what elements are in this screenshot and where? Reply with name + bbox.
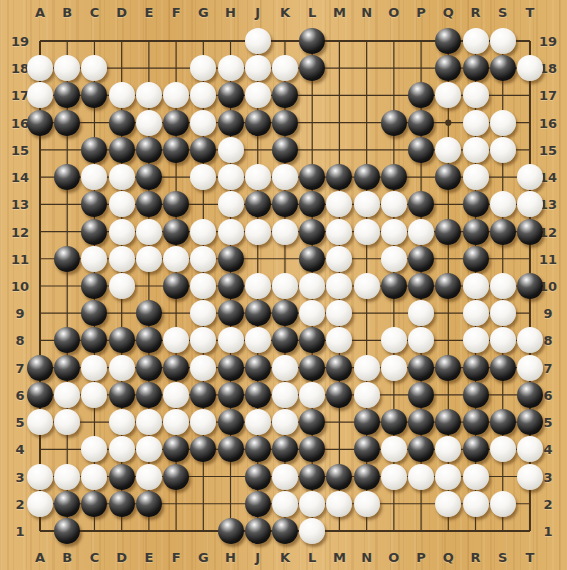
stone-black[interactable] bbox=[435, 219, 461, 245]
stone-black[interactable] bbox=[27, 355, 53, 381]
stone-white[interactable] bbox=[435, 464, 461, 490]
stone-black[interactable] bbox=[218, 382, 244, 408]
stone-black[interactable] bbox=[27, 110, 53, 136]
stone-white[interactable] bbox=[109, 355, 135, 381]
stone-white[interactable] bbox=[245, 219, 271, 245]
stone-black[interactable] bbox=[245, 191, 271, 217]
stone-white[interactable] bbox=[354, 355, 380, 381]
stone-white[interactable] bbox=[354, 491, 380, 517]
stone-white[interactable] bbox=[517, 55, 543, 81]
stone-white[interactable] bbox=[381, 464, 407, 490]
stone-black[interactable] bbox=[272, 110, 298, 136]
stone-white[interactable] bbox=[136, 246, 162, 272]
stone-white[interactable] bbox=[463, 273, 489, 299]
stone-black[interactable] bbox=[354, 464, 380, 490]
stone-white[interactable] bbox=[109, 82, 135, 108]
stone-black[interactable] bbox=[218, 300, 244, 326]
stone-white[interactable] bbox=[272, 409, 298, 435]
stone-black[interactable] bbox=[245, 491, 271, 517]
stone-black[interactable] bbox=[408, 355, 434, 381]
stone-black[interactable] bbox=[272, 137, 298, 163]
stone-white[interactable] bbox=[463, 137, 489, 163]
stone-white[interactable] bbox=[299, 382, 325, 408]
stone-white[interactable] bbox=[354, 273, 380, 299]
stone-white[interactable] bbox=[299, 491, 325, 517]
stone-white[interactable] bbox=[463, 300, 489, 326]
stone-white[interactable] bbox=[463, 28, 489, 54]
stone-white[interactable] bbox=[81, 355, 107, 381]
stone-black[interactable] bbox=[245, 355, 271, 381]
stone-white[interactable] bbox=[408, 219, 434, 245]
stone-white[interactable] bbox=[136, 110, 162, 136]
stone-white[interactable] bbox=[381, 246, 407, 272]
stone-black[interactable] bbox=[435, 355, 461, 381]
stone-white[interactable] bbox=[109, 164, 135, 190]
stone-white[interactable] bbox=[272, 355, 298, 381]
stone-white[interactable] bbox=[463, 164, 489, 190]
stone-white[interactable] bbox=[27, 464, 53, 490]
stone-white[interactable] bbox=[490, 491, 516, 517]
stone-white[interactable] bbox=[299, 273, 325, 299]
stone-white[interactable] bbox=[109, 246, 135, 272]
stone-white[interactable] bbox=[245, 327, 271, 353]
stone-white[interactable] bbox=[190, 110, 216, 136]
stone-black[interactable] bbox=[272, 300, 298, 326]
stone-black[interactable] bbox=[408, 409, 434, 435]
stone-black[interactable] bbox=[218, 436, 244, 462]
stone-black[interactable] bbox=[326, 464, 352, 490]
stone-white[interactable] bbox=[109, 436, 135, 462]
stone-black[interactable] bbox=[163, 110, 189, 136]
stone-black[interactable] bbox=[463, 246, 489, 272]
stone-black[interactable] bbox=[136, 191, 162, 217]
stone-black[interactable] bbox=[408, 382, 434, 408]
stone-black[interactable] bbox=[109, 327, 135, 353]
stone-black[interactable] bbox=[463, 355, 489, 381]
stone-black[interactable] bbox=[408, 246, 434, 272]
stone-white[interactable] bbox=[326, 491, 352, 517]
stone-white[interactable] bbox=[463, 491, 489, 517]
stone-black[interactable] bbox=[54, 355, 80, 381]
stone-black[interactable] bbox=[218, 355, 244, 381]
stone-white[interactable] bbox=[463, 327, 489, 353]
stone-white[interactable] bbox=[136, 464, 162, 490]
stone-black[interactable] bbox=[381, 273, 407, 299]
stone-black[interactable] bbox=[136, 355, 162, 381]
stone-white[interactable] bbox=[517, 464, 543, 490]
stone-white[interactable] bbox=[218, 164, 244, 190]
stone-black[interactable] bbox=[299, 28, 325, 54]
stone-white[interactable] bbox=[381, 219, 407, 245]
stone-white[interactable] bbox=[272, 491, 298, 517]
stone-white[interactable] bbox=[81, 464, 107, 490]
stone-white[interactable] bbox=[218, 55, 244, 81]
stone-black[interactable] bbox=[408, 110, 434, 136]
stone-white[interactable] bbox=[490, 137, 516, 163]
stone-black[interactable] bbox=[408, 273, 434, 299]
stone-black[interactable] bbox=[381, 164, 407, 190]
stone-black[interactable] bbox=[81, 491, 107, 517]
stone-black[interactable] bbox=[299, 355, 325, 381]
stone-white[interactable] bbox=[109, 409, 135, 435]
stone-white[interactable] bbox=[490, 300, 516, 326]
stone-black[interactable] bbox=[54, 110, 80, 136]
stone-white[interactable] bbox=[190, 355, 216, 381]
stone-white[interactable] bbox=[272, 219, 298, 245]
stone-white[interactable] bbox=[490, 327, 516, 353]
stone-black[interactable] bbox=[463, 55, 489, 81]
stone-black[interactable] bbox=[245, 518, 271, 544]
stone-white[interactable] bbox=[463, 110, 489, 136]
stone-white[interactable] bbox=[381, 436, 407, 462]
stone-black[interactable] bbox=[109, 137, 135, 163]
stone-white[interactable] bbox=[381, 191, 407, 217]
stone-black[interactable] bbox=[490, 219, 516, 245]
stone-black[interactable] bbox=[163, 464, 189, 490]
stone-white[interactable] bbox=[245, 273, 271, 299]
stone-black[interactable] bbox=[218, 273, 244, 299]
stone-black[interactable] bbox=[463, 436, 489, 462]
stone-black[interactable] bbox=[245, 300, 271, 326]
stone-black[interactable] bbox=[272, 518, 298, 544]
stone-black[interactable] bbox=[354, 164, 380, 190]
stone-white[interactable] bbox=[218, 327, 244, 353]
stone-white[interactable] bbox=[326, 219, 352, 245]
stone-white[interactable] bbox=[136, 409, 162, 435]
stone-white[interactable] bbox=[490, 110, 516, 136]
stone-white[interactable] bbox=[190, 246, 216, 272]
stone-black[interactable] bbox=[408, 137, 434, 163]
stone-black[interactable] bbox=[27, 382, 53, 408]
stone-black[interactable] bbox=[381, 110, 407, 136]
stone-white[interactable] bbox=[27, 409, 53, 435]
stone-black[interactable] bbox=[218, 110, 244, 136]
stone-white[interactable] bbox=[408, 464, 434, 490]
stone-black[interactable] bbox=[136, 164, 162, 190]
stone-white[interactable] bbox=[517, 164, 543, 190]
stone-black[interactable] bbox=[463, 219, 489, 245]
stone-white[interactable] bbox=[490, 191, 516, 217]
stone-black[interactable] bbox=[218, 82, 244, 108]
stone-white[interactable] bbox=[218, 219, 244, 245]
stone-black[interactable] bbox=[190, 137, 216, 163]
stone-black[interactable] bbox=[190, 382, 216, 408]
stone-black[interactable] bbox=[517, 219, 543, 245]
stone-black[interactable] bbox=[218, 246, 244, 272]
stone-white[interactable] bbox=[54, 382, 80, 408]
stone-white[interactable] bbox=[354, 219, 380, 245]
stone-white[interactable] bbox=[245, 55, 271, 81]
stone-black[interactable] bbox=[218, 409, 244, 435]
stone-white[interactable] bbox=[245, 164, 271, 190]
stone-black[interactable] bbox=[109, 382, 135, 408]
stone-white[interactable] bbox=[218, 137, 244, 163]
go-board-screenshot: AABBCCDDEEFFGGHHJJKKLLMMNNOOPPQQRRSSTT19… bbox=[0, 0, 567, 570]
stone-white[interactable] bbox=[326, 246, 352, 272]
stone-white[interactable] bbox=[490, 273, 516, 299]
stone-white[interactable] bbox=[190, 219, 216, 245]
stone-white[interactable] bbox=[163, 246, 189, 272]
stone-white[interactable] bbox=[163, 409, 189, 435]
stone-black[interactable] bbox=[299, 219, 325, 245]
stone-black[interactable] bbox=[109, 491, 135, 517]
stone-black[interactable] bbox=[490, 355, 516, 381]
stone-black[interactable] bbox=[136, 137, 162, 163]
stone-black[interactable] bbox=[109, 464, 135, 490]
stone-black[interactable] bbox=[136, 491, 162, 517]
stone-black[interactable] bbox=[245, 110, 271, 136]
stone-black[interactable] bbox=[54, 491, 80, 517]
stone-black[interactable] bbox=[218, 518, 244, 544]
stone-black[interactable] bbox=[245, 436, 271, 462]
stone-white[interactable] bbox=[517, 355, 543, 381]
stone-white[interactable] bbox=[299, 518, 325, 544]
stone-black[interactable] bbox=[463, 191, 489, 217]
stone-white[interactable] bbox=[27, 491, 53, 517]
stone-white[interactable] bbox=[463, 82, 489, 108]
stone-black[interactable] bbox=[136, 300, 162, 326]
stone-white[interactable] bbox=[490, 28, 516, 54]
stone-white[interactable] bbox=[218, 191, 244, 217]
stone-black[interactable] bbox=[54, 518, 80, 544]
stone-white[interactable] bbox=[245, 28, 271, 54]
stone-black[interactable] bbox=[354, 409, 380, 435]
stone-black[interactable] bbox=[517, 382, 543, 408]
stone-black[interactable] bbox=[81, 219, 107, 245]
stone-black[interactable] bbox=[163, 219, 189, 245]
stone-black[interactable] bbox=[299, 246, 325, 272]
stone-white[interactable] bbox=[272, 273, 298, 299]
stone-white[interactable] bbox=[163, 382, 189, 408]
stone-black[interactable] bbox=[463, 409, 489, 435]
stone-white[interactable] bbox=[381, 355, 407, 381]
stone-white[interactable] bbox=[109, 191, 135, 217]
stone-white[interactable] bbox=[245, 409, 271, 435]
stone-white[interactable] bbox=[435, 491, 461, 517]
stone-black[interactable] bbox=[163, 273, 189, 299]
stone-black[interactable] bbox=[326, 355, 352, 381]
stone-black[interactable] bbox=[490, 55, 516, 81]
stone-white[interactable] bbox=[490, 436, 516, 462]
stone-white[interactable] bbox=[272, 382, 298, 408]
stone-black[interactable] bbox=[517, 273, 543, 299]
stone-white[interactable] bbox=[54, 464, 80, 490]
stone-white[interactable] bbox=[136, 219, 162, 245]
stone-white[interactable] bbox=[463, 464, 489, 490]
stone-black[interactable] bbox=[136, 382, 162, 408]
stone-black[interactable] bbox=[245, 382, 271, 408]
stone-white[interactable] bbox=[354, 191, 380, 217]
stone-black[interactable] bbox=[463, 382, 489, 408]
stone-black[interactable] bbox=[163, 137, 189, 163]
star-point bbox=[445, 120, 451, 126]
stone-black[interactable] bbox=[163, 355, 189, 381]
stone-white[interactable] bbox=[136, 436, 162, 462]
stone-white[interactable] bbox=[109, 273, 135, 299]
stone-white[interactable] bbox=[272, 464, 298, 490]
stone-black[interactable] bbox=[245, 464, 271, 490]
stone-white[interactable] bbox=[354, 382, 380, 408]
stone-black[interactable] bbox=[299, 464, 325, 490]
stone-black[interactable] bbox=[381, 409, 407, 435]
stone-white[interactable] bbox=[272, 164, 298, 190]
stone-black[interactable] bbox=[490, 409, 516, 435]
stone-black[interactable] bbox=[109, 110, 135, 136]
stone-black[interactable] bbox=[54, 246, 80, 272]
stone-black[interactable] bbox=[517, 409, 543, 435]
stone-white[interactable] bbox=[435, 137, 461, 163]
stone-white[interactable] bbox=[109, 219, 135, 245]
stone-white[interactable] bbox=[272, 55, 298, 81]
stone-black[interactable] bbox=[354, 436, 380, 462]
